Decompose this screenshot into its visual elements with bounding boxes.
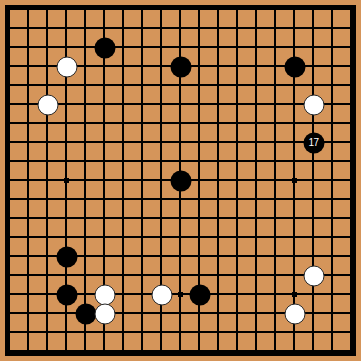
- board-intersection[interactable]: [266, 133, 285, 152]
- board-intersection[interactable]: [304, 0, 323, 19]
- board-intersection[interactable]: [209, 171, 228, 190]
- board-intersection[interactable]: [342, 304, 361, 323]
- board-intersection[interactable]: [247, 342, 266, 361]
- board-intersection[interactable]: [19, 304, 38, 323]
- board-intersection[interactable]: [342, 323, 361, 342]
- board-intersection[interactable]: [209, 152, 228, 171]
- board-intersection[interactable]: [209, 95, 228, 114]
- board-intersection[interactable]: [19, 228, 38, 247]
- board-intersection[interactable]: [76, 323, 95, 342]
- board-intersection[interactable]: [228, 76, 247, 95]
- board-intersection[interactable]: [285, 38, 304, 57]
- board-intersection[interactable]: [247, 152, 266, 171]
- board-intersection[interactable]: [323, 247, 342, 266]
- board-intersection[interactable]: [247, 247, 266, 266]
- board-intersection[interactable]: [76, 19, 95, 38]
- board-intersection[interactable]: [133, 0, 152, 19]
- board-intersection[interactable]: [114, 190, 133, 209]
- board-intersection[interactable]: [0, 171, 19, 190]
- board-intersection[interactable]: [133, 323, 152, 342]
- board-intersection[interactable]: [247, 0, 266, 19]
- board-intersection[interactable]: [323, 57, 342, 76]
- board-intersection[interactable]: [342, 190, 361, 209]
- board-intersection[interactable]: [171, 266, 190, 285]
- board-intersection[interactable]: [285, 76, 304, 95]
- board-intersection[interactable]: [190, 171, 209, 190]
- board-intersection[interactable]: [190, 228, 209, 247]
- board-intersection[interactable]: [323, 171, 342, 190]
- board-intersection[interactable]: [209, 76, 228, 95]
- board-intersection[interactable]: [95, 247, 114, 266]
- board-intersection[interactable]: [190, 285, 209, 304]
- board-intersection[interactable]: [95, 152, 114, 171]
- board-intersection[interactable]: [285, 57, 304, 76]
- board-intersection[interactable]: [76, 342, 95, 361]
- board-intersection[interactable]: [285, 285, 304, 304]
- board-intersection[interactable]: [57, 228, 76, 247]
- board-intersection[interactable]: [228, 266, 247, 285]
- board-intersection[interactable]: [228, 285, 247, 304]
- board-intersection[interactable]: [171, 304, 190, 323]
- board-intersection[interactable]: [76, 304, 95, 323]
- board-intersection[interactable]: [95, 38, 114, 57]
- board-intersection[interactable]: [19, 152, 38, 171]
- board-intersection[interactable]: [342, 285, 361, 304]
- board-intersection[interactable]: [76, 0, 95, 19]
- board-intersection[interactable]: [152, 152, 171, 171]
- board-intersection[interactable]: [57, 95, 76, 114]
- board-intersection[interactable]: [171, 19, 190, 38]
- board-intersection[interactable]: [209, 57, 228, 76]
- board-intersection[interactable]: [190, 114, 209, 133]
- board-intersection[interactable]: [152, 38, 171, 57]
- board-intersection[interactable]: [38, 266, 57, 285]
- board-intersection[interactable]: [304, 304, 323, 323]
- board-intersection[interactable]: [285, 0, 304, 19]
- board-intersection[interactable]: [57, 133, 76, 152]
- board-intersection[interactable]: [57, 190, 76, 209]
- board-intersection[interactable]: [209, 285, 228, 304]
- board-intersection[interactable]: [114, 285, 133, 304]
- board-intersection[interactable]: [171, 342, 190, 361]
- board-intersection[interactable]: [228, 228, 247, 247]
- board-intersection[interactable]: [57, 171, 76, 190]
- board-intersection[interactable]: [57, 323, 76, 342]
- board-intersection[interactable]: [190, 266, 209, 285]
- board-intersection[interactable]: [209, 38, 228, 57]
- board-intersection[interactable]: [228, 57, 247, 76]
- board-intersection[interactable]: [114, 247, 133, 266]
- board-intersection[interactable]: [152, 76, 171, 95]
- board-intersection[interactable]: [323, 323, 342, 342]
- board-intersection[interactable]: [304, 38, 323, 57]
- board-intersection[interactable]: [19, 323, 38, 342]
- board-intersection[interactable]: [133, 152, 152, 171]
- board-intersection[interactable]: [304, 266, 323, 285]
- board-intersection[interactable]: [323, 114, 342, 133]
- board-intersection[interactable]: [76, 190, 95, 209]
- board-intersection[interactable]: [0, 38, 19, 57]
- board-intersection[interactable]: [57, 209, 76, 228]
- board-intersection[interactable]: [285, 19, 304, 38]
- board-intersection[interactable]: [228, 95, 247, 114]
- board-intersection[interactable]: [95, 19, 114, 38]
- board-intersection[interactable]: [0, 133, 19, 152]
- board-intersection[interactable]: [323, 304, 342, 323]
- board-intersection[interactable]: [38, 304, 57, 323]
- board-intersection[interactable]: [57, 57, 76, 76]
- board-intersection[interactable]: [114, 19, 133, 38]
- board-intersection[interactable]: [190, 0, 209, 19]
- board-intersection[interactable]: [38, 228, 57, 247]
- board-intersection[interactable]: [95, 57, 114, 76]
- board-intersection[interactable]: [38, 114, 57, 133]
- board-intersection[interactable]: [152, 247, 171, 266]
- board-intersection[interactable]: [57, 76, 76, 95]
- board-intersection[interactable]: [76, 114, 95, 133]
- board-intersection[interactable]: [38, 76, 57, 95]
- board-intersection[interactable]: [285, 209, 304, 228]
- board-intersection[interactable]: [342, 19, 361, 38]
- board-intersection[interactable]: [342, 114, 361, 133]
- board-intersection[interactable]: [152, 285, 171, 304]
- board-intersection[interactable]: [323, 342, 342, 361]
- board-intersection[interactable]: [19, 133, 38, 152]
- board-intersection[interactable]: [171, 228, 190, 247]
- board-intersection[interactable]: [171, 114, 190, 133]
- board-intersection[interactable]: [247, 38, 266, 57]
- board-intersection[interactable]: [114, 209, 133, 228]
- board-intersection[interactable]: [19, 285, 38, 304]
- board-intersection[interactable]: [152, 19, 171, 38]
- board-intersection[interactable]: [0, 76, 19, 95]
- board-intersection[interactable]: [38, 0, 57, 19]
- board-intersection[interactable]: [190, 304, 209, 323]
- board-intersection[interactable]: [209, 0, 228, 19]
- board-intersection[interactable]: [171, 57, 190, 76]
- board-intersection[interactable]: [209, 323, 228, 342]
- board-intersection[interactable]: [0, 95, 19, 114]
- board-intersection[interactable]: [95, 285, 114, 304]
- board-intersection[interactable]: [133, 228, 152, 247]
- board-intersection[interactable]: [95, 228, 114, 247]
- board-intersection[interactable]: [171, 285, 190, 304]
- board-intersection[interactable]: [95, 190, 114, 209]
- board-intersection[interactable]: [133, 266, 152, 285]
- board-intersection[interactable]: [342, 152, 361, 171]
- board-intersection[interactable]: [247, 57, 266, 76]
- board-intersection[interactable]: [342, 266, 361, 285]
- board-intersection[interactable]: [342, 38, 361, 57]
- board-intersection[interactable]: [19, 76, 38, 95]
- board-intersection[interactable]: [190, 57, 209, 76]
- board-intersection[interactable]: [57, 266, 76, 285]
- board-intersection[interactable]: [228, 38, 247, 57]
- board-intersection[interactable]: [0, 152, 19, 171]
- board-intersection[interactable]: [266, 285, 285, 304]
- board-intersection[interactable]: [266, 152, 285, 171]
- board-intersection[interactable]: [57, 285, 76, 304]
- board-intersection[interactable]: [266, 323, 285, 342]
- board-intersection[interactable]: [323, 19, 342, 38]
- board-intersection[interactable]: [304, 247, 323, 266]
- board-intersection[interactable]: [152, 304, 171, 323]
- board-intersection[interactable]: [171, 152, 190, 171]
- board-intersection[interactable]: [228, 190, 247, 209]
- board-intersection[interactable]: [0, 190, 19, 209]
- board-intersection[interactable]: [95, 76, 114, 95]
- board-intersection[interactable]: [323, 228, 342, 247]
- board-intersection[interactable]: [247, 133, 266, 152]
- board-intersection[interactable]: [304, 228, 323, 247]
- board-intersection[interactable]: [266, 228, 285, 247]
- board-intersection[interactable]: [114, 114, 133, 133]
- board-intersection[interactable]: [38, 342, 57, 361]
- board-intersection[interactable]: [285, 304, 304, 323]
- board-intersection[interactable]: [228, 342, 247, 361]
- board-intersection[interactable]: [152, 190, 171, 209]
- board-intersection[interactable]: [19, 190, 38, 209]
- board-intersection[interactable]: [304, 342, 323, 361]
- board-intersection[interactable]: [95, 114, 114, 133]
- board-intersection[interactable]: [228, 19, 247, 38]
- board-intersection[interactable]: [114, 95, 133, 114]
- board-intersection[interactable]: [323, 285, 342, 304]
- board-intersection[interactable]: [19, 95, 38, 114]
- board-intersection[interactable]: [323, 133, 342, 152]
- board-intersection[interactable]: [209, 228, 228, 247]
- board-intersection[interactable]: [114, 57, 133, 76]
- board-intersection[interactable]: [19, 114, 38, 133]
- board-intersection[interactable]: [190, 38, 209, 57]
- board-intersection[interactable]: [209, 114, 228, 133]
- board-intersection[interactable]: [228, 133, 247, 152]
- board-intersection[interactable]: [0, 285, 19, 304]
- board-intersection[interactable]: [209, 190, 228, 209]
- board-intersection[interactable]: [133, 209, 152, 228]
- board-intersection[interactable]: [133, 19, 152, 38]
- board-intersection[interactable]: [228, 0, 247, 19]
- board-intersection[interactable]: [323, 95, 342, 114]
- board-intersection[interactable]: [133, 38, 152, 57]
- board-intersection[interactable]: [266, 95, 285, 114]
- board-intersection[interactable]: [247, 76, 266, 95]
- board-intersection[interactable]: [133, 133, 152, 152]
- board-intersection[interactable]: [190, 152, 209, 171]
- board-intersection[interactable]: [342, 0, 361, 19]
- board-intersection[interactable]: [304, 76, 323, 95]
- board-intersection[interactable]: [304, 114, 323, 133]
- board-intersection[interactable]: [152, 0, 171, 19]
- board-intersection[interactable]: [190, 76, 209, 95]
- board-intersection[interactable]: [342, 228, 361, 247]
- board-intersection[interactable]: [190, 247, 209, 266]
- board-intersection[interactable]: [57, 152, 76, 171]
- board-intersection[interactable]: [152, 133, 171, 152]
- board-intersection[interactable]: [171, 209, 190, 228]
- board-intersection[interactable]: [133, 114, 152, 133]
- board-intersection[interactable]: [342, 133, 361, 152]
- board-intersection[interactable]: [152, 342, 171, 361]
- board-intersection[interactable]: [19, 171, 38, 190]
- board-intersection[interactable]: [190, 19, 209, 38]
- board-intersection[interactable]: [342, 76, 361, 95]
- board-intersection[interactable]: [76, 228, 95, 247]
- board-intersection[interactable]: [76, 209, 95, 228]
- board-intersection[interactable]: [133, 76, 152, 95]
- board-intersection[interactable]: [228, 323, 247, 342]
- board-intersection[interactable]: [209, 247, 228, 266]
- board-intersection[interactable]: [38, 171, 57, 190]
- board-intersection[interactable]: [95, 0, 114, 19]
- board-intersection[interactable]: [114, 266, 133, 285]
- board-intersection[interactable]: [285, 171, 304, 190]
- board-intersection[interactable]: [57, 0, 76, 19]
- board-intersection[interactable]: [266, 342, 285, 361]
- board-intersection[interactable]: [266, 247, 285, 266]
- board-intersection[interactable]: [95, 342, 114, 361]
- board-intersection[interactable]: [95, 266, 114, 285]
- board-intersection[interactable]: [38, 323, 57, 342]
- board-intersection[interactable]: [57, 247, 76, 266]
- board-intersection[interactable]: [190, 209, 209, 228]
- board-intersection[interactable]: [247, 228, 266, 247]
- board-intersection[interactable]: [247, 209, 266, 228]
- board-intersection[interactable]: [304, 285, 323, 304]
- board-intersection[interactable]: [342, 342, 361, 361]
- board-intersection[interactable]: [247, 19, 266, 38]
- board-intersection[interactable]: [0, 304, 19, 323]
- board-intersection[interactable]: [19, 266, 38, 285]
- board-intersection[interactable]: [190, 133, 209, 152]
- board-intersection[interactable]: [76, 171, 95, 190]
- board-intersection[interactable]: [266, 266, 285, 285]
- board-intersection[interactable]: [266, 304, 285, 323]
- board-intersection[interactable]: [342, 57, 361, 76]
- board-intersection[interactable]: [342, 171, 361, 190]
- board-intersection[interactable]: [19, 209, 38, 228]
- board-intersection[interactable]: [133, 171, 152, 190]
- board-intersection[interactable]: [76, 95, 95, 114]
- board-intersection[interactable]: [0, 57, 19, 76]
- board-intersection[interactable]: [114, 0, 133, 19]
- board-intersection[interactable]: [152, 171, 171, 190]
- board-intersection[interactable]: [304, 152, 323, 171]
- board-intersection[interactable]: [171, 76, 190, 95]
- board-intersection[interactable]: [57, 114, 76, 133]
- board-intersection[interactable]: [323, 266, 342, 285]
- board-intersection[interactable]: [0, 209, 19, 228]
- board-intersection[interactable]: [114, 38, 133, 57]
- board-intersection[interactable]: [209, 304, 228, 323]
- board-intersection[interactable]: [133, 304, 152, 323]
- board-intersection[interactable]: [285, 342, 304, 361]
- board-intersection[interactable]: [19, 19, 38, 38]
- board-intersection[interactable]: [266, 38, 285, 57]
- board-intersection[interactable]: [228, 171, 247, 190]
- board-intersection[interactable]: [266, 19, 285, 38]
- board-intersection[interactable]: [209, 209, 228, 228]
- board-intersection[interactable]: [323, 76, 342, 95]
- board-intersection[interactable]: [190, 190, 209, 209]
- board-intersection[interactable]: [19, 342, 38, 361]
- board-intersection[interactable]: [152, 323, 171, 342]
- board-intersection[interactable]: [57, 19, 76, 38]
- board-intersection[interactable]: [304, 95, 323, 114]
- board-intersection[interactable]: [19, 247, 38, 266]
- board-intersection[interactable]: [95, 95, 114, 114]
- board-intersection[interactable]: [304, 57, 323, 76]
- board-intersection[interactable]: [19, 57, 38, 76]
- board-intersection[interactable]: [152, 95, 171, 114]
- board-intersection[interactable]: [38, 152, 57, 171]
- board-intersection[interactable]: [209, 342, 228, 361]
- board-intersection[interactable]: [76, 38, 95, 57]
- board-intersection[interactable]: [38, 209, 57, 228]
- board-intersection[interactable]: [171, 190, 190, 209]
- board-intersection[interactable]: [95, 304, 114, 323]
- board-intersection[interactable]: [285, 152, 304, 171]
- board-intersection[interactable]: [19, 0, 38, 19]
- board-intersection[interactable]: [133, 342, 152, 361]
- board-intersection[interactable]: [152, 209, 171, 228]
- board-intersection[interactable]: [38, 133, 57, 152]
- board-intersection[interactable]: [38, 95, 57, 114]
- board-intersection[interactable]: [190, 95, 209, 114]
- board-intersection[interactable]: [209, 133, 228, 152]
- board-intersection[interactable]: [76, 57, 95, 76]
- board-intersection[interactable]: [95, 209, 114, 228]
- board-intersection[interactable]: [342, 95, 361, 114]
- board-intersection[interactable]: [0, 323, 19, 342]
- board-intersection[interactable]: [0, 266, 19, 285]
- board-intersection[interactable]: [114, 76, 133, 95]
- board-intersection[interactable]: [266, 209, 285, 228]
- board-intersection[interactable]: [114, 171, 133, 190]
- board-intersection[interactable]: [38, 247, 57, 266]
- board-intersection[interactable]: [95, 171, 114, 190]
- board-intersection[interactable]: [0, 342, 19, 361]
- board-intersection[interactable]: [323, 190, 342, 209]
- board-intersection[interactable]: [0, 19, 19, 38]
- board-intersection[interactable]: [133, 285, 152, 304]
- board-intersection[interactable]: [323, 209, 342, 228]
- board-intersection[interactable]: [228, 209, 247, 228]
- board-intersection[interactable]: [285, 190, 304, 209]
- board-intersection[interactable]: [285, 228, 304, 247]
- board-intersection[interactable]: [323, 0, 342, 19]
- board-intersection[interactable]: [228, 247, 247, 266]
- board-intersection[interactable]: [209, 266, 228, 285]
- board-intersection[interactable]: [0, 228, 19, 247]
- board-intersection[interactable]: [304, 171, 323, 190]
- board-intersection[interactable]: [76, 152, 95, 171]
- board-intersection[interactable]: [57, 304, 76, 323]
- board-intersection[interactable]: [57, 38, 76, 57]
- board-intersection[interactable]: [171, 323, 190, 342]
- board-intersection[interactable]: 17: [304, 133, 323, 152]
- board-intersection[interactable]: [285, 247, 304, 266]
- board-intersection[interactable]: [76, 76, 95, 95]
- board-intersection[interactable]: [228, 152, 247, 171]
- board-intersection[interactable]: [190, 342, 209, 361]
- board-intersection[interactable]: [228, 304, 247, 323]
- board-intersection[interactable]: [114, 304, 133, 323]
- board-intersection[interactable]: [266, 0, 285, 19]
- board-intersection[interactable]: [171, 0, 190, 19]
- board-intersection[interactable]: [114, 342, 133, 361]
- board-intersection[interactable]: [247, 304, 266, 323]
